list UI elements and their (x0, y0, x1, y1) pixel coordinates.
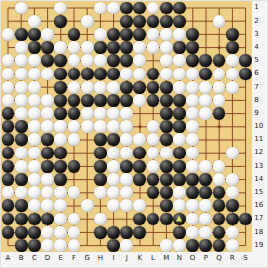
intersection-K19[interactable] (133, 239, 146, 252)
intersection-A18[interactable] (1, 226, 14, 239)
intersection-Q16[interactable] (212, 199, 225, 212)
intersection-O10[interactable] (186, 120, 199, 133)
intersection-N5[interactable] (173, 54, 186, 67)
intersection-J15[interactable] (120, 186, 133, 199)
intersection-B3[interactable] (15, 28, 28, 41)
intersection-Q13[interactable] (212, 160, 225, 173)
intersection-I9[interactable] (107, 107, 120, 120)
intersection-P19[interactable] (199, 239, 212, 252)
intersection-S19[interactable] (239, 239, 252, 252)
intersection-A4[interactable] (1, 41, 14, 54)
intersection-R1[interactable] (226, 1, 239, 14)
intersection-F9[interactable] (67, 107, 80, 120)
intersection-S12[interactable] (239, 146, 252, 159)
intersection-L18[interactable] (146, 226, 159, 239)
intersection-F3[interactable] (67, 28, 80, 41)
intersection-E8[interactable] (54, 94, 67, 107)
intersection-L14[interactable] (146, 173, 159, 186)
intersection-D2[interactable] (41, 15, 54, 28)
intersection-P17[interactable] (199, 212, 212, 225)
intersection-R12[interactable] (226, 146, 239, 159)
intersection-F5[interactable] (67, 54, 80, 67)
intersection-D3[interactable] (41, 28, 54, 41)
intersection-R4[interactable] (226, 41, 239, 54)
intersection-A2[interactable] (1, 15, 14, 28)
intersection-B11[interactable] (15, 133, 28, 146)
intersection-C18[interactable] (28, 226, 41, 239)
intersection-L15[interactable] (146, 186, 159, 199)
intersection-I13[interactable] (107, 160, 120, 173)
intersection-O14[interactable] (186, 173, 199, 186)
intersection-E1[interactable] (54, 1, 67, 14)
intersection-K4[interactable] (133, 41, 146, 54)
intersection-F13[interactable] (67, 160, 80, 173)
intersection-H11[interactable] (94, 133, 107, 146)
intersection-Q9[interactable] (212, 107, 225, 120)
intersection-I18[interactable] (107, 226, 120, 239)
intersection-J5[interactable] (120, 54, 133, 67)
intersection-S13[interactable] (239, 160, 252, 173)
intersection-R11[interactable] (226, 133, 239, 146)
intersection-A16[interactable] (1, 199, 14, 212)
intersection-E13[interactable] (54, 160, 67, 173)
intersection-G6[interactable] (81, 67, 94, 80)
intersection-S11[interactable] (239, 133, 252, 146)
intersection-G9[interactable] (81, 107, 94, 120)
intersection-G4[interactable] (81, 41, 94, 54)
intersection-P15[interactable] (199, 186, 212, 199)
intersection-A5[interactable] (1, 54, 14, 67)
intersection-D9[interactable] (41, 107, 54, 120)
intersection-N8[interactable] (173, 94, 186, 107)
intersection-C2[interactable] (28, 15, 41, 28)
intersection-H17[interactable] (94, 212, 107, 225)
intersection-L2[interactable] (146, 15, 159, 28)
intersection-J19[interactable] (120, 239, 133, 252)
intersection-E16[interactable] (54, 199, 67, 212)
intersection-G12[interactable] (81, 146, 94, 159)
intersection-Q19[interactable] (212, 239, 225, 252)
intersection-J1[interactable] (120, 1, 133, 14)
intersection-C19[interactable] (28, 239, 41, 252)
intersection-I11[interactable] (107, 133, 120, 146)
intersection-J11[interactable] (120, 133, 133, 146)
intersection-F1[interactable] (67, 1, 80, 14)
intersection-R14[interactable] (226, 173, 239, 186)
intersection-L3[interactable] (146, 28, 159, 41)
intersection-G18[interactable] (81, 226, 94, 239)
intersection-N17[interactable] (173, 212, 186, 225)
intersection-Q3[interactable] (212, 28, 225, 41)
intersection-M11[interactable] (160, 133, 173, 146)
intersection-B2[interactable] (15, 15, 28, 28)
intersection-H15[interactable] (94, 186, 107, 199)
intersection-L5[interactable] (146, 54, 159, 67)
intersection-A7[interactable] (1, 81, 14, 94)
intersection-A10[interactable] (1, 120, 14, 133)
intersection-S6[interactable] (239, 67, 252, 80)
intersection-L10[interactable] (146, 120, 159, 133)
intersection-C6[interactable] (28, 67, 41, 80)
intersection-R5[interactable] (226, 54, 239, 67)
intersection-M16[interactable] (160, 199, 173, 212)
intersection-E9[interactable] (54, 107, 67, 120)
intersection-C17[interactable] (28, 212, 41, 225)
intersection-K7[interactable] (133, 81, 146, 94)
intersection-G7[interactable] (81, 81, 94, 94)
intersection-P8[interactable] (199, 94, 212, 107)
intersection-K2[interactable] (133, 15, 146, 28)
intersection-I14[interactable] (107, 173, 120, 186)
intersection-F18[interactable] (67, 226, 80, 239)
intersection-R19[interactable] (226, 239, 239, 252)
intersection-I10[interactable] (107, 120, 120, 133)
intersection-M2[interactable] (160, 15, 173, 28)
intersection-I12[interactable] (107, 146, 120, 159)
intersection-Q18[interactable] (212, 226, 225, 239)
intersection-P13[interactable] (199, 160, 212, 173)
intersection-N7[interactable] (173, 81, 186, 94)
intersection-G14[interactable] (81, 173, 94, 186)
intersection-G15[interactable] (81, 186, 94, 199)
intersection-F11[interactable] (67, 133, 80, 146)
intersection-H10[interactable] (94, 120, 107, 133)
intersection-K5[interactable] (133, 54, 146, 67)
intersection-Q8[interactable] (212, 94, 225, 107)
intersection-D8[interactable] (41, 94, 54, 107)
intersection-P12[interactable] (199, 146, 212, 159)
intersection-I17[interactable] (107, 212, 120, 225)
intersection-E11[interactable] (54, 133, 67, 146)
intersection-G16[interactable] (81, 199, 94, 212)
intersection-O19[interactable] (186, 239, 199, 252)
intersection-A15[interactable] (1, 186, 14, 199)
intersection-H9[interactable] (94, 107, 107, 120)
intersection-L17[interactable] (146, 212, 159, 225)
intersection-J16[interactable] (120, 199, 133, 212)
intersection-L6[interactable] (146, 67, 159, 80)
intersection-E15[interactable] (54, 186, 67, 199)
intersection-H12[interactable] (94, 146, 107, 159)
intersection-B15[interactable] (15, 186, 28, 199)
intersection-S14[interactable] (239, 173, 252, 186)
intersection-D19[interactable] (41, 239, 54, 252)
intersection-S7[interactable] (239, 81, 252, 94)
intersection-H7[interactable] (94, 81, 107, 94)
intersection-B13[interactable] (15, 160, 28, 173)
intersection-A8[interactable] (1, 94, 14, 107)
intersection-C13[interactable] (28, 160, 41, 173)
intersection-J14[interactable] (120, 173, 133, 186)
intersection-K9[interactable] (133, 107, 146, 120)
intersection-P14[interactable] (199, 173, 212, 186)
intersection-M13[interactable] (160, 160, 173, 173)
intersection-G2[interactable] (81, 15, 94, 28)
intersection-I5[interactable] (107, 54, 120, 67)
intersection-H2[interactable] (94, 15, 107, 28)
intersection-L9[interactable] (146, 107, 159, 120)
intersection-A12[interactable] (1, 146, 14, 159)
intersection-S10[interactable] (239, 120, 252, 133)
intersection-H4[interactable] (94, 41, 107, 54)
intersection-E7[interactable] (54, 81, 67, 94)
intersection-G1[interactable] (81, 1, 94, 14)
intersection-C3[interactable] (28, 28, 41, 41)
intersection-R13[interactable] (226, 160, 239, 173)
intersection-A11[interactable] (1, 133, 14, 146)
intersection-M3[interactable] (160, 28, 173, 41)
intersection-S18[interactable] (239, 226, 252, 239)
intersection-L4[interactable] (146, 41, 159, 54)
intersection-E18[interactable] (54, 226, 67, 239)
intersection-N19[interactable] (173, 239, 186, 252)
intersection-R6[interactable] (226, 67, 239, 80)
intersection-D4[interactable] (41, 41, 54, 54)
intersection-H6[interactable] (94, 67, 107, 80)
intersection-B6[interactable] (15, 67, 28, 80)
intersection-C1[interactable] (28, 1, 41, 14)
intersection-B1[interactable] (15, 1, 28, 14)
intersection-N4[interactable] (173, 41, 186, 54)
intersection-Q5[interactable] (212, 54, 225, 67)
intersection-H14[interactable] (94, 173, 107, 186)
intersection-P10[interactable] (199, 120, 212, 133)
intersection-E17[interactable] (54, 212, 67, 225)
intersection-R9[interactable] (226, 107, 239, 120)
intersection-B7[interactable] (15, 81, 28, 94)
intersection-R15[interactable] (226, 186, 239, 199)
intersection-S2[interactable] (239, 15, 252, 28)
intersection-K14[interactable] (133, 173, 146, 186)
intersection-A14[interactable] (1, 173, 14, 186)
intersection-K11[interactable] (133, 133, 146, 146)
intersection-J18[interactable] (120, 226, 133, 239)
intersection-M8[interactable] (160, 94, 173, 107)
intersection-M18[interactable] (160, 226, 173, 239)
intersection-D11[interactable] (41, 133, 54, 146)
intersection-Q2[interactable] (212, 15, 225, 28)
intersection-L12[interactable] (146, 146, 159, 159)
intersection-L1[interactable] (146, 1, 159, 14)
intersection-N3[interactable] (173, 28, 186, 41)
intersection-Q1[interactable] (212, 1, 225, 14)
intersection-F12[interactable] (67, 146, 80, 159)
intersection-O3[interactable] (186, 28, 199, 41)
intersection-N2[interactable] (173, 15, 186, 28)
intersection-M10[interactable] (160, 120, 173, 133)
intersection-E2[interactable] (54, 15, 67, 28)
intersection-F8[interactable] (67, 94, 80, 107)
intersection-G13[interactable] (81, 160, 94, 173)
intersection-F4[interactable] (67, 41, 80, 54)
intersection-D18[interactable] (41, 226, 54, 239)
intersection-P7[interactable] (199, 81, 212, 94)
intersection-Q11[interactable] (212, 133, 225, 146)
go-board[interactable] (1, 1, 252, 252)
intersection-N9[interactable] (173, 107, 186, 120)
intersection-N16[interactable] (173, 199, 186, 212)
intersection-N1[interactable] (173, 1, 186, 14)
intersection-D6[interactable] (41, 67, 54, 80)
intersection-B4[interactable] (15, 41, 28, 54)
intersection-R7[interactable] (226, 81, 239, 94)
intersection-J2[interactable] (120, 15, 133, 28)
intersection-O1[interactable] (186, 1, 199, 14)
intersection-E5[interactable] (54, 54, 67, 67)
intersection-N6[interactable] (173, 67, 186, 80)
intersection-L19[interactable] (146, 239, 159, 252)
intersection-C12[interactable] (28, 146, 41, 159)
intersection-P1[interactable] (199, 1, 212, 14)
intersection-J8[interactable] (120, 94, 133, 107)
intersection-L16[interactable] (146, 199, 159, 212)
intersection-Q14[interactable] (212, 173, 225, 186)
intersection-B10[interactable] (15, 120, 28, 133)
intersection-G8[interactable] (81, 94, 94, 107)
intersection-S17[interactable] (239, 212, 252, 225)
intersection-F14[interactable] (67, 173, 80, 186)
intersection-F7[interactable] (67, 81, 80, 94)
intersection-E3[interactable] (54, 28, 67, 41)
intersection-O17[interactable] (186, 212, 199, 225)
intersection-L7[interactable] (146, 81, 159, 94)
intersection-K12[interactable] (133, 146, 146, 159)
intersection-K16[interactable] (133, 199, 146, 212)
intersection-R17[interactable] (226, 212, 239, 225)
intersection-H1[interactable] (94, 1, 107, 14)
intersection-F10[interactable] (67, 120, 80, 133)
intersection-P16[interactable] (199, 199, 212, 212)
intersection-H13[interactable] (94, 160, 107, 173)
intersection-K3[interactable] (133, 28, 146, 41)
intersection-O12[interactable] (186, 146, 199, 159)
intersection-G5[interactable] (81, 54, 94, 67)
intersection-B8[interactable] (15, 94, 28, 107)
intersection-O6[interactable] (186, 67, 199, 80)
intersection-A19[interactable] (1, 239, 14, 252)
intersection-O5[interactable] (186, 54, 199, 67)
intersection-N18[interactable] (173, 226, 186, 239)
intersection-I4[interactable] (107, 41, 120, 54)
intersection-F6[interactable] (67, 67, 80, 80)
intersection-D12[interactable] (41, 146, 54, 159)
intersection-L8[interactable] (146, 94, 159, 107)
intersection-A1[interactable] (1, 1, 14, 14)
intersection-O8[interactable] (186, 94, 199, 107)
intersection-B19[interactable] (15, 239, 28, 252)
intersection-R10[interactable] (226, 120, 239, 133)
intersection-S1[interactable] (239, 1, 252, 14)
intersection-B16[interactable] (15, 199, 28, 212)
intersection-C4[interactable] (28, 41, 41, 54)
intersection-S4[interactable] (239, 41, 252, 54)
intersection-J3[interactable] (120, 28, 133, 41)
intersection-K1[interactable] (133, 1, 146, 14)
intersection-R3[interactable] (226, 28, 239, 41)
intersection-S15[interactable] (239, 186, 252, 199)
intersection-J12[interactable] (120, 146, 133, 159)
intersection-A17[interactable] (1, 212, 14, 225)
intersection-B17[interactable] (15, 212, 28, 225)
intersection-D17[interactable] (41, 212, 54, 225)
intersection-G19[interactable] (81, 239, 94, 252)
intersection-I7[interactable] (107, 81, 120, 94)
intersection-B5[interactable] (15, 54, 28, 67)
intersection-P5[interactable] (199, 54, 212, 67)
intersection-J17[interactable] (120, 212, 133, 225)
intersection-I19[interactable] (107, 239, 120, 252)
intersection-O7[interactable] (186, 81, 199, 94)
intersection-M15[interactable] (160, 186, 173, 199)
intersection-A13[interactable] (1, 160, 14, 173)
intersection-C10[interactable] (28, 120, 41, 133)
intersection-J10[interactable] (120, 120, 133, 133)
intersection-R16[interactable] (226, 199, 239, 212)
intersection-B12[interactable] (15, 146, 28, 159)
intersection-F15[interactable] (67, 186, 80, 199)
intersection-O16[interactable] (186, 199, 199, 212)
intersection-O4[interactable] (186, 41, 199, 54)
intersection-F19[interactable] (67, 239, 80, 252)
intersection-S16[interactable] (239, 199, 252, 212)
intersection-M6[interactable] (160, 67, 173, 80)
intersection-O13[interactable] (186, 160, 199, 173)
intersection-C14[interactable] (28, 173, 41, 186)
intersection-M1[interactable] (160, 1, 173, 14)
intersection-N14[interactable] (173, 173, 186, 186)
intersection-F2[interactable] (67, 15, 80, 28)
intersection-G11[interactable] (81, 133, 94, 146)
intersection-S9[interactable] (239, 107, 252, 120)
intersection-H5[interactable] (94, 54, 107, 67)
intersection-S3[interactable] (239, 28, 252, 41)
intersection-Q6[interactable] (212, 67, 225, 80)
intersection-B18[interactable] (15, 226, 28, 239)
intersection-Q15[interactable] (212, 186, 225, 199)
intersection-C16[interactable] (28, 199, 41, 212)
intersection-P4[interactable] (199, 41, 212, 54)
intersection-M9[interactable] (160, 107, 173, 120)
intersection-E10[interactable] (54, 120, 67, 133)
intersection-N12[interactable] (173, 146, 186, 159)
intersection-H3[interactable] (94, 28, 107, 41)
intersection-R18[interactable] (226, 226, 239, 239)
intersection-I16[interactable] (107, 199, 120, 212)
intersection-H18[interactable] (94, 226, 107, 239)
intersection-L11[interactable] (146, 133, 159, 146)
intersection-A3[interactable] (1, 28, 14, 41)
intersection-N13[interactable] (173, 160, 186, 173)
intersection-F17[interactable] (67, 212, 80, 225)
intersection-H8[interactable] (94, 94, 107, 107)
intersection-I3[interactable] (107, 28, 120, 41)
intersection-I2[interactable] (107, 15, 120, 28)
intersection-J6[interactable] (120, 67, 133, 80)
intersection-A9[interactable] (1, 107, 14, 120)
intersection-C8[interactable] (28, 94, 41, 107)
intersection-K6[interactable] (133, 67, 146, 80)
intersection-H19[interactable] (94, 239, 107, 252)
intersection-R2[interactable] (226, 15, 239, 28)
intersection-P2[interactable] (199, 15, 212, 28)
intersection-I6[interactable] (107, 67, 120, 80)
intersection-K17[interactable] (133, 212, 146, 225)
intersection-Q4[interactable] (212, 41, 225, 54)
intersection-D13[interactable] (41, 160, 54, 173)
intersection-J13[interactable] (120, 160, 133, 173)
intersection-C5[interactable] (28, 54, 41, 67)
intersection-P11[interactable] (199, 133, 212, 146)
